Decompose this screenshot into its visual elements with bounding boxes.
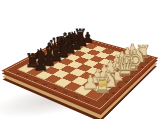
piece-white-rook: ♜ [135,43,146,61]
chess-set-photo: 87654321 abcdefgh ♜♞♝♛♚♝♞♜♟♟♟♟♟♟♟♟♟♟♟♟♟♟… [0,0,159,119]
piece-white-pawn: ♟ [125,42,136,58]
piece-white-pawn: ♟ [120,46,131,62]
piece-black-pawn: ♟ [33,56,45,73]
